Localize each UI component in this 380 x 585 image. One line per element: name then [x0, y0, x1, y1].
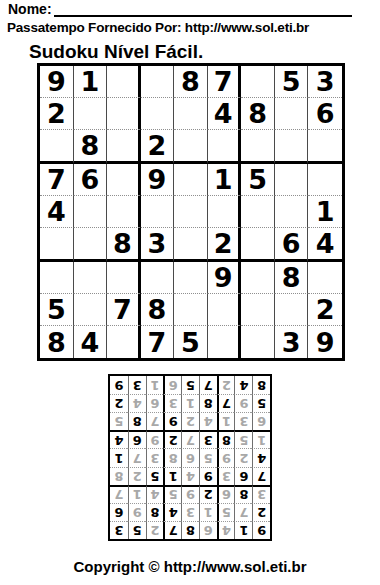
solution-cell-r3c9: 7 — [110, 485, 128, 503]
puzzle-cell-r2c3[interactable] — [107, 98, 141, 130]
puzzle-cell-r2c1[interactable]: 2 — [40, 98, 74, 130]
solution-cell-r3c4: 2 — [199, 485, 217, 503]
solution-cell-r3c6: 5 — [163, 485, 181, 503]
puzzle-cell-r9c4[interactable]: 7 — [141, 326, 175, 358]
puzzle-cell-r9c6[interactable] — [208, 326, 242, 358]
puzzle-cell-r6c2[interactable] — [74, 228, 108, 262]
puzzle-cell-r5c7[interactable] — [241, 196, 275, 228]
solution-cell-r9c3: 2 — [217, 376, 235, 394]
solution-cell-r7c7: 7 — [146, 412, 164, 430]
puzzle-cell-r8c4[interactable]: 8 — [141, 294, 175, 326]
puzzle-cell-r4c8[interactable] — [275, 164, 309, 196]
solution-cell-r2c5: 3 — [181, 503, 199, 521]
name-underline — [54, 1, 352, 17]
puzzle-cell-r8c1[interactable]: 5 — [40, 294, 74, 326]
solution-cell-r1c2: 1 — [234, 521, 252, 539]
solution-cell-r8c2: 9 — [234, 394, 252, 412]
solution-cell-r2c6: 4 — [163, 503, 181, 521]
solution-cell-r6c6: 2 — [163, 430, 181, 448]
solution-cell-r8c9: 2 — [110, 394, 128, 412]
solution-cell-r3c1: 3 — [252, 485, 270, 503]
puzzle-cell-r1c7[interactable] — [241, 66, 275, 98]
puzzle-cell-r1c2[interactable]: 1 — [74, 66, 108, 98]
solution-cell-r2c1: 2 — [252, 503, 270, 521]
solution-cell-r6c7: 9 — [146, 430, 164, 448]
solution-cell-r8c8: 4 — [128, 394, 146, 412]
puzzle-cell-r4c9[interactable] — [308, 164, 342, 196]
puzzle-cell-r6c5[interactable] — [174, 228, 208, 262]
solution-cell-r4c2: 6 — [234, 467, 252, 485]
solution-cell-r2c3: 5 — [217, 503, 235, 521]
puzzle-cell-r6c7[interactable] — [241, 228, 275, 262]
puzzle-cell-r5c2[interactable] — [74, 196, 108, 228]
puzzle-cell-r5c8[interactable] — [275, 196, 309, 228]
solution-cell-r4c8: 2 — [128, 467, 146, 485]
puzzle-cell-r8c9[interactable]: 2 — [308, 294, 342, 326]
solution-cell-r7c8: 8 — [128, 412, 146, 430]
puzzle-cell-r5c9[interactable]: 1 — [308, 196, 342, 228]
puzzle-cell-r9c3[interactable] — [107, 326, 141, 358]
solution-cell-r9c7: 1 — [146, 376, 164, 394]
puzzle-cell-r6c3[interactable]: 8 — [107, 228, 141, 262]
solution-cell-r8c1: 5 — [252, 394, 270, 412]
solution-cell-r4c4: 9 — [199, 467, 217, 485]
puzzle-cell-r7c3[interactable] — [107, 262, 141, 294]
solution-cell-r4c6: 1 — [163, 467, 181, 485]
puzzle-cell-r3c1[interactable] — [40, 130, 74, 164]
puzzle-cell-r6c4[interactable]: 3 — [141, 228, 175, 262]
solution-cell-r5c1: 4 — [252, 448, 270, 466]
puzzle-cell-r1c5[interactable]: 8 — [174, 66, 208, 98]
puzzle-cell-r4c4[interactable]: 9 — [141, 164, 175, 196]
puzzle-cell-r3c8[interactable] — [275, 130, 309, 164]
solution-cell-r9c2: 4 — [234, 376, 252, 394]
solution-grid-rotated-180: 9146872532751348963862954177639415284295… — [108, 374, 272, 541]
solution-cell-r8c7: 6 — [146, 394, 164, 412]
solution-cell-r2c4: 1 — [199, 503, 217, 521]
puzzle-cell-r4c3[interactable] — [107, 164, 141, 196]
puzzle-cell-r4c2[interactable]: 6 — [74, 164, 108, 196]
solution-cell-r7c3: 1 — [217, 412, 235, 430]
puzzle-cell-r9c5[interactable]: 5 — [174, 326, 208, 358]
solution-cell-r8c6: 3 — [163, 394, 181, 412]
solution-cell-r5c5: 6 — [181, 448, 199, 466]
solution-cell-r1c7: 2 — [146, 521, 164, 539]
puzzle-cell-r9c1[interactable]: 8 — [40, 326, 74, 358]
solution-cell-r6c8: 6 — [128, 430, 146, 448]
solution-cell-r1c9: 3 — [110, 521, 128, 539]
solution-cell-r9c8: 3 — [128, 376, 146, 394]
puzzle-cell-r5c1[interactable]: 4 — [40, 196, 74, 228]
solution-cell-r1c1: 9 — [252, 521, 270, 539]
puzzle-cell-r7c7[interactable] — [241, 262, 275, 294]
name-label: Nome: — [8, 1, 52, 17]
puzzle-cell-r4c7[interactable]: 5 — [241, 164, 275, 196]
solution-cell-r7c6: 9 — [163, 412, 181, 430]
solution-cell-r5c2: 2 — [234, 448, 252, 466]
puzzle-cell-r8c5[interactable] — [174, 294, 208, 326]
solution-cell-r3c2: 8 — [234, 485, 252, 503]
puzzle-cell-r7c1[interactable] — [40, 262, 74, 294]
solution-cell-r7c1: 6 — [252, 412, 270, 430]
solution-cell-r6c5: 7 — [181, 430, 199, 448]
solution-cell-r5c4: 5 — [199, 448, 217, 466]
solution-cell-r6c3: 8 — [217, 430, 235, 448]
solution-cell-r4c5: 4 — [181, 467, 199, 485]
provided-by-text: Passatempo Fornecido Por: http://www.sol… — [7, 20, 309, 35]
solution-cell-r9c5: 5 — [181, 376, 199, 394]
puzzle-cell-r7c6[interactable]: 9 — [208, 262, 242, 294]
puzzle-cell-r1c8[interactable]: 5 — [275, 66, 309, 98]
puzzle-cell-r8c8[interactable] — [275, 294, 309, 326]
puzzle-cell-r7c4[interactable] — [141, 262, 175, 294]
solution-cell-r9c1: 8 — [252, 376, 270, 394]
puzzle-cell-r1c3[interactable] — [107, 66, 141, 98]
solution-cell-r4c9: 8 — [110, 467, 128, 485]
solution-cell-r6c9: 4 — [110, 430, 128, 448]
solution-cell-r4c1: 7 — [252, 467, 270, 485]
puzzle-cell-r6c6[interactable]: 2 — [208, 228, 242, 262]
solution-cell-r7c2: 3 — [234, 412, 252, 430]
solution-cell-r9c4: 7 — [199, 376, 217, 394]
puzzle-cell-r3c7[interactable] — [241, 130, 275, 164]
solution-cell-r5c8: 7 — [128, 448, 146, 466]
puzzle-cell-r4c1[interactable]: 7 — [40, 164, 74, 196]
copyright-text: Copyright © http://www.sol.eti.br — [0, 558, 380, 575]
puzzle-cell-r2c9[interactable]: 6 — [308, 98, 342, 130]
solution-cell-r4c3: 3 — [217, 467, 235, 485]
solution-cell-r5c9: 1 — [110, 448, 128, 466]
page-title: Sudoku Nível Fácil. — [29, 41, 203, 63]
puzzle-cell-r5c3[interactable] — [107, 196, 141, 228]
solution-cell-r3c8: 1 — [128, 485, 146, 503]
solution-cell-r1c5: 8 — [181, 521, 199, 539]
solution-cell-r8c3: 7 — [217, 394, 235, 412]
puzzle-cell-r1c4[interactable] — [141, 66, 175, 98]
puzzle-cell-r2c5[interactable] — [174, 98, 208, 130]
puzzle-cell-r8c7[interactable] — [241, 294, 275, 326]
solution-cell-r2c9: 6 — [110, 503, 128, 521]
puzzle-cell-r2c7[interactable]: 8 — [241, 98, 275, 130]
puzzle-cell-r3c6[interactable] — [208, 130, 242, 164]
puzzle-cell-r3c2[interactable]: 8 — [74, 130, 108, 164]
puzzle-cell-r1c6[interactable]: 7 — [208, 66, 242, 98]
solution-cell-r2c7: 8 — [146, 503, 164, 521]
solution-cell-r2c8: 9 — [128, 503, 146, 521]
puzzle-cell-r6c9[interactable]: 4 — [308, 228, 342, 262]
puzzle-cell-r8c3[interactable]: 7 — [107, 294, 141, 326]
puzzle-cell-r7c8[interactable]: 8 — [275, 262, 309, 294]
solution-cell-r9c6: 6 — [163, 376, 181, 394]
solution-cell-r5c7: 3 — [146, 448, 164, 466]
solution-cell-r5c3: 9 — [217, 448, 235, 466]
puzzle-cell-r1c1[interactable]: 9 — [40, 66, 74, 98]
name-row: Nome: — [8, 1, 352, 17]
solution-cell-r8c5: 1 — [181, 394, 199, 412]
solution-cell-r1c8: 5 — [128, 521, 146, 539]
puzzle-cell-r7c5[interactable] — [174, 262, 208, 294]
puzzle-cell-r9c9[interactable]: 9 — [308, 326, 342, 358]
solution-cell-r7c4: 4 — [199, 412, 217, 430]
solution-cell-r6c4: 3 — [199, 430, 217, 448]
solution-cell-r3c7: 4 — [146, 485, 164, 503]
solution-cell-r2c2: 7 — [234, 503, 252, 521]
puzzle-cell-r8c6[interactable] — [208, 294, 242, 326]
puzzle-cell-r5c5[interactable] — [174, 196, 208, 228]
solution-cell-r3c3: 6 — [217, 485, 235, 503]
puzzle-cell-r2c2[interactable] — [74, 98, 108, 130]
solution-cell-r1c3: 4 — [217, 521, 235, 539]
puzzle-cell-r6c1[interactable] — [40, 228, 74, 262]
solution-cell-r8c4: 8 — [199, 394, 217, 412]
puzzle-cell-r4c5[interactable] — [174, 164, 208, 196]
puzzle-cell-r2c6[interactable]: 4 — [208, 98, 242, 130]
puzzle-cell-r2c8[interactable] — [275, 98, 309, 130]
solution-cell-r9c9: 9 — [110, 376, 128, 394]
puzzle-cell-r7c2[interactable] — [74, 262, 108, 294]
solution-cell-r1c4: 6 — [199, 521, 217, 539]
puzzle-cell-r3c3[interactable] — [107, 130, 141, 164]
puzzle-cell-r3c9[interactable] — [308, 130, 342, 164]
solution-cell-r3c5: 9 — [181, 485, 199, 503]
puzzle-grid: 918753248682769154183264985782847539 — [37, 63, 345, 361]
puzzle-cell-r6c8[interactable]: 6 — [275, 228, 309, 262]
puzzle-cell-r9c8[interactable]: 3 — [275, 326, 309, 358]
puzzle-cell-r1c9[interactable]: 3 — [308, 66, 342, 98]
puzzle-cell-r5c4[interactable] — [141, 196, 175, 228]
solution-cell-r6c2: 5 — [234, 430, 252, 448]
puzzle-cell-r9c2[interactable]: 4 — [74, 326, 108, 358]
puzzle-cell-r8c2[interactable] — [74, 294, 108, 326]
solution-cell-r4c7: 5 — [146, 467, 164, 485]
solution-cell-r5c6: 8 — [163, 448, 181, 466]
puzzle-cell-r9c7[interactable] — [241, 326, 275, 358]
puzzle-cell-r4c6[interactable]: 1 — [208, 164, 242, 196]
solution-cell-r6c1: 1 — [252, 430, 270, 448]
puzzle-cell-r3c5[interactable] — [174, 130, 208, 164]
puzzle-cell-r7c9[interactable] — [308, 262, 342, 294]
puzzle-cell-r2c4[interactable] — [141, 98, 175, 130]
solution-cell-r7c9: 5 — [110, 412, 128, 430]
puzzle-cell-r5c6[interactable] — [208, 196, 242, 228]
solution-cell-r1c6: 7 — [163, 521, 181, 539]
solution-cell-r7c5: 2 — [181, 412, 199, 430]
worksheet-page: Nome: Passatempo Fornecido Por: http://w… — [0, 0, 380, 585]
puzzle-cell-r3c4[interactable]: 2 — [141, 130, 175, 164]
